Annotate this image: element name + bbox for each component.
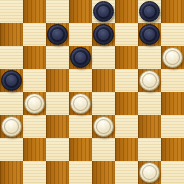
square-e1[interactable]	[92, 161, 115, 184]
square-f3[interactable]	[115, 115, 138, 138]
square-c6[interactable]	[46, 46, 69, 69]
square-d6[interactable]	[69, 46, 92, 69]
square-d8[interactable]	[69, 0, 92, 23]
square-g1[interactable]	[138, 161, 161, 184]
square-e3[interactable]	[92, 115, 115, 138]
square-e8[interactable]	[92, 0, 115, 23]
square-e2[interactable]	[92, 138, 115, 161]
square-d7[interactable]	[69, 23, 92, 46]
square-h6[interactable]	[161, 46, 184, 69]
checkers-board	[0, 0, 184, 184]
square-c2[interactable]	[46, 138, 69, 161]
white-man-b4[interactable]	[24, 93, 45, 114]
square-b7[interactable]	[23, 23, 46, 46]
square-d5[interactable]	[69, 69, 92, 92]
square-e4[interactable]	[92, 92, 115, 115]
square-d4[interactable]	[69, 92, 92, 115]
square-e6[interactable]	[92, 46, 115, 69]
square-g8[interactable]	[138, 0, 161, 23]
square-a5[interactable]	[0, 69, 23, 92]
square-b5[interactable]	[23, 69, 46, 92]
square-d3[interactable]	[69, 115, 92, 138]
square-h7[interactable]	[161, 23, 184, 46]
square-g4[interactable]	[138, 92, 161, 115]
white-man-g1[interactable]	[139, 162, 160, 183]
square-b2[interactable]	[23, 138, 46, 161]
square-b1[interactable]	[23, 161, 46, 184]
square-f8[interactable]	[115, 0, 138, 23]
square-h2[interactable]	[161, 138, 184, 161]
square-h4[interactable]	[161, 92, 184, 115]
white-man-h6[interactable]	[162, 47, 183, 68]
square-h8[interactable]	[161, 0, 184, 23]
square-a2[interactable]	[0, 138, 23, 161]
square-f7[interactable]	[115, 23, 138, 46]
square-g5[interactable]	[138, 69, 161, 92]
square-a6[interactable]	[0, 46, 23, 69]
square-b6[interactable]	[23, 46, 46, 69]
square-c4[interactable]	[46, 92, 69, 115]
black-man-e7[interactable]	[93, 24, 114, 45]
square-c8[interactable]	[46, 0, 69, 23]
square-g6[interactable]	[138, 46, 161, 69]
square-h5[interactable]	[161, 69, 184, 92]
black-man-a5[interactable]	[1, 70, 22, 91]
square-c7[interactable]	[46, 23, 69, 46]
white-man-g5[interactable]	[139, 70, 160, 91]
square-f6[interactable]	[115, 46, 138, 69]
black-man-d6[interactable]	[70, 47, 91, 68]
square-a4[interactable]	[0, 92, 23, 115]
white-man-d4[interactable]	[70, 93, 91, 114]
square-f4[interactable]	[115, 92, 138, 115]
square-a7[interactable]	[0, 23, 23, 46]
square-b8[interactable]	[23, 0, 46, 23]
square-a3[interactable]	[0, 115, 23, 138]
square-f5[interactable]	[115, 69, 138, 92]
square-e7[interactable]	[92, 23, 115, 46]
square-d2[interactable]	[69, 138, 92, 161]
square-h1[interactable]	[161, 161, 184, 184]
black-man-g7[interactable]	[139, 24, 160, 45]
square-b3[interactable]	[23, 115, 46, 138]
square-a1[interactable]	[0, 161, 23, 184]
black-man-g8[interactable]	[139, 1, 160, 22]
square-b4[interactable]	[23, 92, 46, 115]
square-h3[interactable]	[161, 115, 184, 138]
square-g2[interactable]	[138, 138, 161, 161]
white-man-e3[interactable]	[93, 116, 114, 137]
black-man-e8[interactable]	[93, 1, 114, 22]
square-f2[interactable]	[115, 138, 138, 161]
square-c3[interactable]	[46, 115, 69, 138]
square-g7[interactable]	[138, 23, 161, 46]
square-c5[interactable]	[46, 69, 69, 92]
square-g3[interactable]	[138, 115, 161, 138]
square-a8[interactable]	[0, 0, 23, 23]
square-c1[interactable]	[46, 161, 69, 184]
square-d1[interactable]	[69, 161, 92, 184]
square-e5[interactable]	[92, 69, 115, 92]
black-man-c7[interactable]	[47, 24, 68, 45]
white-man-a3[interactable]	[1, 116, 22, 137]
square-f1[interactable]	[115, 161, 138, 184]
